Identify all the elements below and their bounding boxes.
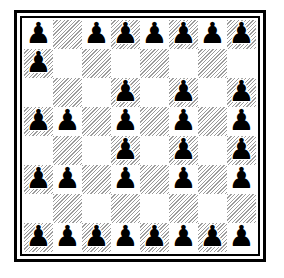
- chess-board: ♟♟♟♟♟♟♟♟♟♟♟♟♟♟♟♟♟♟♟♟♟♟♟♟♟♟♟♟♟♟♟♟: [24, 20, 256, 252]
- square-a7: ♟: [24, 49, 53, 78]
- square-a4: [24, 136, 53, 165]
- square-h3: ♟: [227, 165, 256, 194]
- square-a1: ♟: [24, 223, 53, 252]
- square-d3: ♟: [111, 165, 140, 194]
- square-h8: ♟: [227, 20, 256, 49]
- black-pawn: ♟: [55, 223, 81, 251]
- black-pawn: ♟: [142, 20, 168, 48]
- square-f4: ♟: [169, 136, 198, 165]
- black-pawn: ♟: [113, 165, 139, 193]
- black-pawn: ♟: [84, 223, 110, 251]
- square-c1: ♟: [82, 223, 111, 252]
- square-a8: ♟: [24, 20, 53, 49]
- square-g8: ♟: [198, 20, 227, 49]
- black-pawn: ♟: [229, 136, 255, 164]
- black-pawn: ♟: [113, 223, 139, 251]
- square-c3: [82, 165, 111, 194]
- square-b6: [53, 78, 82, 107]
- black-pawn: ♟: [171, 107, 197, 135]
- square-h4: ♟: [227, 136, 256, 165]
- black-pawn: ♟: [55, 165, 81, 193]
- black-pawn: ♟: [26, 49, 52, 77]
- square-d6: ♟: [111, 78, 140, 107]
- square-d7: [111, 49, 140, 78]
- black-pawn: ♟: [200, 20, 226, 48]
- square-g1: ♟: [198, 223, 227, 252]
- black-pawn: ♟: [113, 136, 139, 164]
- square-b3: ♟: [53, 165, 82, 194]
- square-d1: ♟: [111, 223, 140, 252]
- square-e7: [140, 49, 169, 78]
- black-pawn: ♟: [229, 107, 255, 135]
- square-c6: [82, 78, 111, 107]
- black-pawn: ♟: [171, 165, 197, 193]
- black-pawn: ♟: [171, 136, 197, 164]
- square-f7: [169, 49, 198, 78]
- black-pawn: ♟: [229, 223, 255, 251]
- black-pawn: ♟: [200, 223, 226, 251]
- black-pawn: ♟: [171, 78, 197, 106]
- black-pawn: ♟: [171, 223, 197, 251]
- square-g5: [198, 107, 227, 136]
- square-e3: [140, 165, 169, 194]
- chess-diagram-page: ♟♟♟♟♟♟♟♟♟♟♟♟♟♟♟♟♟♟♟♟♟♟♟♟♟♟♟♟♟♟♟♟: [0, 0, 284, 278]
- square-g4: [198, 136, 227, 165]
- square-h5: ♟: [227, 107, 256, 136]
- square-a3: ♟: [24, 165, 53, 194]
- square-b8: [53, 20, 82, 49]
- square-c2: [82, 194, 111, 223]
- black-pawn: ♟: [26, 165, 52, 193]
- square-e4: [140, 136, 169, 165]
- black-pawn: ♟: [113, 107, 139, 135]
- black-pawn: ♟: [26, 107, 52, 135]
- square-b1: ♟: [53, 223, 82, 252]
- square-g6: [198, 78, 227, 107]
- square-h6: ♟: [227, 78, 256, 107]
- square-f1: ♟: [169, 223, 198, 252]
- square-h1: ♟: [227, 223, 256, 252]
- square-c7: [82, 49, 111, 78]
- black-pawn: ♟: [142, 223, 168, 251]
- square-f6: ♟: [169, 78, 198, 107]
- board-inner-frame: ♟♟♟♟♟♟♟♟♟♟♟♟♟♟♟♟♟♟♟♟♟♟♟♟♟♟♟♟♟♟♟♟: [20, 16, 260, 256]
- square-e6: [140, 78, 169, 107]
- black-pawn: ♟: [229, 78, 255, 106]
- black-pawn: ♟: [229, 165, 255, 193]
- black-pawn: ♟: [171, 20, 197, 48]
- square-e8: ♟: [140, 20, 169, 49]
- square-e2: [140, 194, 169, 223]
- square-b2: [53, 194, 82, 223]
- square-e1: ♟: [140, 223, 169, 252]
- black-pawn: ♟: [229, 20, 255, 48]
- square-e5: [140, 107, 169, 136]
- square-d5: ♟: [111, 107, 140, 136]
- black-pawn: ♟: [113, 78, 139, 106]
- square-a6: [24, 78, 53, 107]
- square-a2: [24, 194, 53, 223]
- square-f3: ♟: [169, 165, 198, 194]
- square-d4: ♟: [111, 136, 140, 165]
- square-c5: [82, 107, 111, 136]
- black-pawn: ♟: [26, 223, 52, 251]
- square-d8: ♟: [111, 20, 140, 49]
- square-g7: [198, 49, 227, 78]
- square-b7: [53, 49, 82, 78]
- square-g3: [198, 165, 227, 194]
- square-f2: [169, 194, 198, 223]
- square-c8: ♟: [82, 20, 111, 49]
- square-f5: ♟: [169, 107, 198, 136]
- square-b5: ♟: [53, 107, 82, 136]
- square-c4: [82, 136, 111, 165]
- black-pawn: ♟: [55, 107, 81, 135]
- board-outer-frame: ♟♟♟♟♟♟♟♟♟♟♟♟♟♟♟♟♟♟♟♟♟♟♟♟♟♟♟♟♟♟♟♟: [14, 10, 266, 262]
- square-f8: ♟: [169, 20, 198, 49]
- square-a5: ♟: [24, 107, 53, 136]
- square-d2: [111, 194, 140, 223]
- square-h7: [227, 49, 256, 78]
- square-b4: [53, 136, 82, 165]
- black-pawn: ♟: [84, 20, 110, 48]
- black-pawn: ♟: [113, 20, 139, 48]
- square-h2: [227, 194, 256, 223]
- square-g2: [198, 194, 227, 223]
- black-pawn: ♟: [26, 20, 52, 48]
